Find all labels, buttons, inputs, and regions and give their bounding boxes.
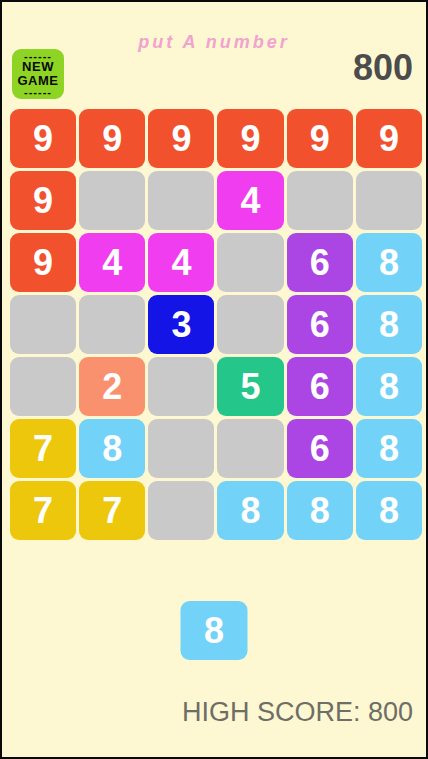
board-cell-r7c5[interactable]: 8 — [287, 481, 353, 540]
game-screen: put A number ------ NEW GAME ------ 800 … — [0, 0, 428, 759]
board-cell-r3c2[interactable]: 4 — [79, 233, 145, 292]
board-cell-r7c4[interactable]: 8 — [217, 481, 283, 540]
board-cell-r6c4[interactable] — [217, 419, 283, 478]
board-cell-r6c3[interactable] — [148, 419, 214, 478]
board-cell-r2c1[interactable]: 9 — [10, 171, 76, 230]
board-cell-r3c6[interactable]: 8 — [356, 233, 422, 292]
board-cell-r7c3[interactable] — [148, 481, 214, 540]
board-cell-r2c2[interactable] — [79, 171, 145, 230]
board-cell-r2c4[interactable]: 4 — [217, 171, 283, 230]
board-grid: 99999994944683682568786877888 — [10, 109, 422, 540]
board-cell-r3c5[interactable]: 6 — [287, 233, 353, 292]
board-cell-r1c4[interactable]: 9 — [217, 109, 283, 168]
board-cell-r3c3[interactable]: 4 — [148, 233, 214, 292]
high-score-label: HIGH SCORE: 800 — [182, 699, 413, 726]
board-cell-r1c2[interactable]: 9 — [79, 109, 145, 168]
board-cell-r7c1[interactable]: 7 — [10, 481, 76, 540]
board-cell-r4c1[interactable] — [10, 295, 76, 354]
board-cell-r2c5[interactable] — [287, 171, 353, 230]
board-cell-r5c6[interactable]: 8 — [356, 357, 422, 416]
board-cell-r6c2[interactable]: 8 — [79, 419, 145, 478]
board-cell-r7c2[interactable]: 7 — [79, 481, 145, 540]
board-cell-r1c5[interactable]: 9 — [287, 109, 353, 168]
board-cell-r5c2[interactable]: 2 — [79, 357, 145, 416]
next-tile[interactable]: 8 — [181, 601, 248, 660]
board-cell-r5c3[interactable] — [148, 357, 214, 416]
new-game-label-line1: NEW — [12, 60, 64, 74]
board-cell-r4c5[interactable]: 6 — [287, 295, 353, 354]
new-game-dashes-bottom: ------ — [12, 88, 64, 96]
board-cell-r1c1[interactable]: 9 — [10, 109, 76, 168]
board-cell-r2c6[interactable] — [356, 171, 422, 230]
new-game-button[interactable]: ------ NEW GAME ------ — [12, 49, 64, 99]
board-cell-r5c5[interactable]: 6 — [287, 357, 353, 416]
board-cell-r3c4[interactable] — [217, 233, 283, 292]
board-cell-r7c6[interactable]: 8 — [356, 481, 422, 540]
board-cell-r6c5[interactable]: 6 — [287, 419, 353, 478]
board-cell-r5c4[interactable]: 5 — [217, 357, 283, 416]
board-cell-r1c6[interactable]: 9 — [356, 109, 422, 168]
board-cell-r4c4[interactable] — [217, 295, 283, 354]
board-cell-r4c6[interactable]: 8 — [356, 295, 422, 354]
board-cell-r4c3[interactable]: 3 — [148, 295, 214, 354]
score-value: 800 — [353, 50, 413, 86]
board-cell-r6c1[interactable]: 7 — [10, 419, 76, 478]
board-cell-r3c1[interactable]: 9 — [10, 233, 76, 292]
board-cell-r6c6[interactable]: 8 — [356, 419, 422, 478]
board-cell-r5c1[interactable] — [10, 357, 76, 416]
board-cell-r2c3[interactable] — [148, 171, 214, 230]
board-cell-r1c3[interactable]: 9 — [148, 109, 214, 168]
board-cell-r4c2[interactable] — [79, 295, 145, 354]
